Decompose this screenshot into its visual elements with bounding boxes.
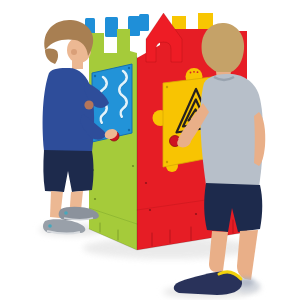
boy-left-neck [72,59,83,69]
boy-left-fist [84,100,93,109]
scene-canvas [0,0,300,300]
boy-right-leg [237,230,258,280]
boy-right-sock [174,271,242,295]
boy-left-shirt [43,68,95,152]
boy-left-ear [71,49,77,55]
boy-right-right-arm [254,112,265,166]
blue-battlement-tab [139,14,149,31]
boy-left-hair [45,49,58,64]
boy-right-hair [202,23,245,72]
boy-right-leg [209,231,228,272]
boy-left-shorts [43,150,93,192]
boy-right-shirt [200,74,263,187]
sock-accent [48,224,52,228]
photo-scene [0,0,300,300]
blue-battlement-tab [105,17,118,37]
sock-accent [64,211,68,215]
